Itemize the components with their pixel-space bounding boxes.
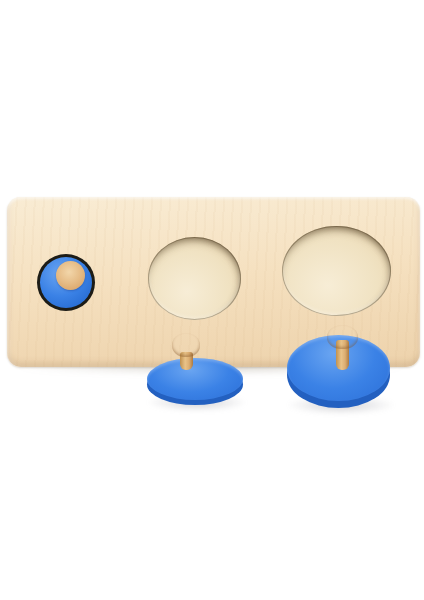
wooden-knob-medium[interactable] [147, 332, 243, 372]
piece-large[interactable] [287, 324, 391, 410]
socket-large[interactable] [282, 226, 391, 316]
piece-medium[interactable] [147, 332, 243, 408]
socket-small[interactable] [37, 254, 95, 311]
knob-cap [172, 333, 200, 357]
wooden-knob-large[interactable] [287, 324, 391, 374]
knob-cap [327, 325, 358, 349]
wooden-knob-small[interactable] [56, 261, 85, 290]
piece-small-inserted[interactable] [37, 254, 95, 311]
scene [0, 0, 424, 600]
socket-medium[interactable] [148, 237, 241, 320]
